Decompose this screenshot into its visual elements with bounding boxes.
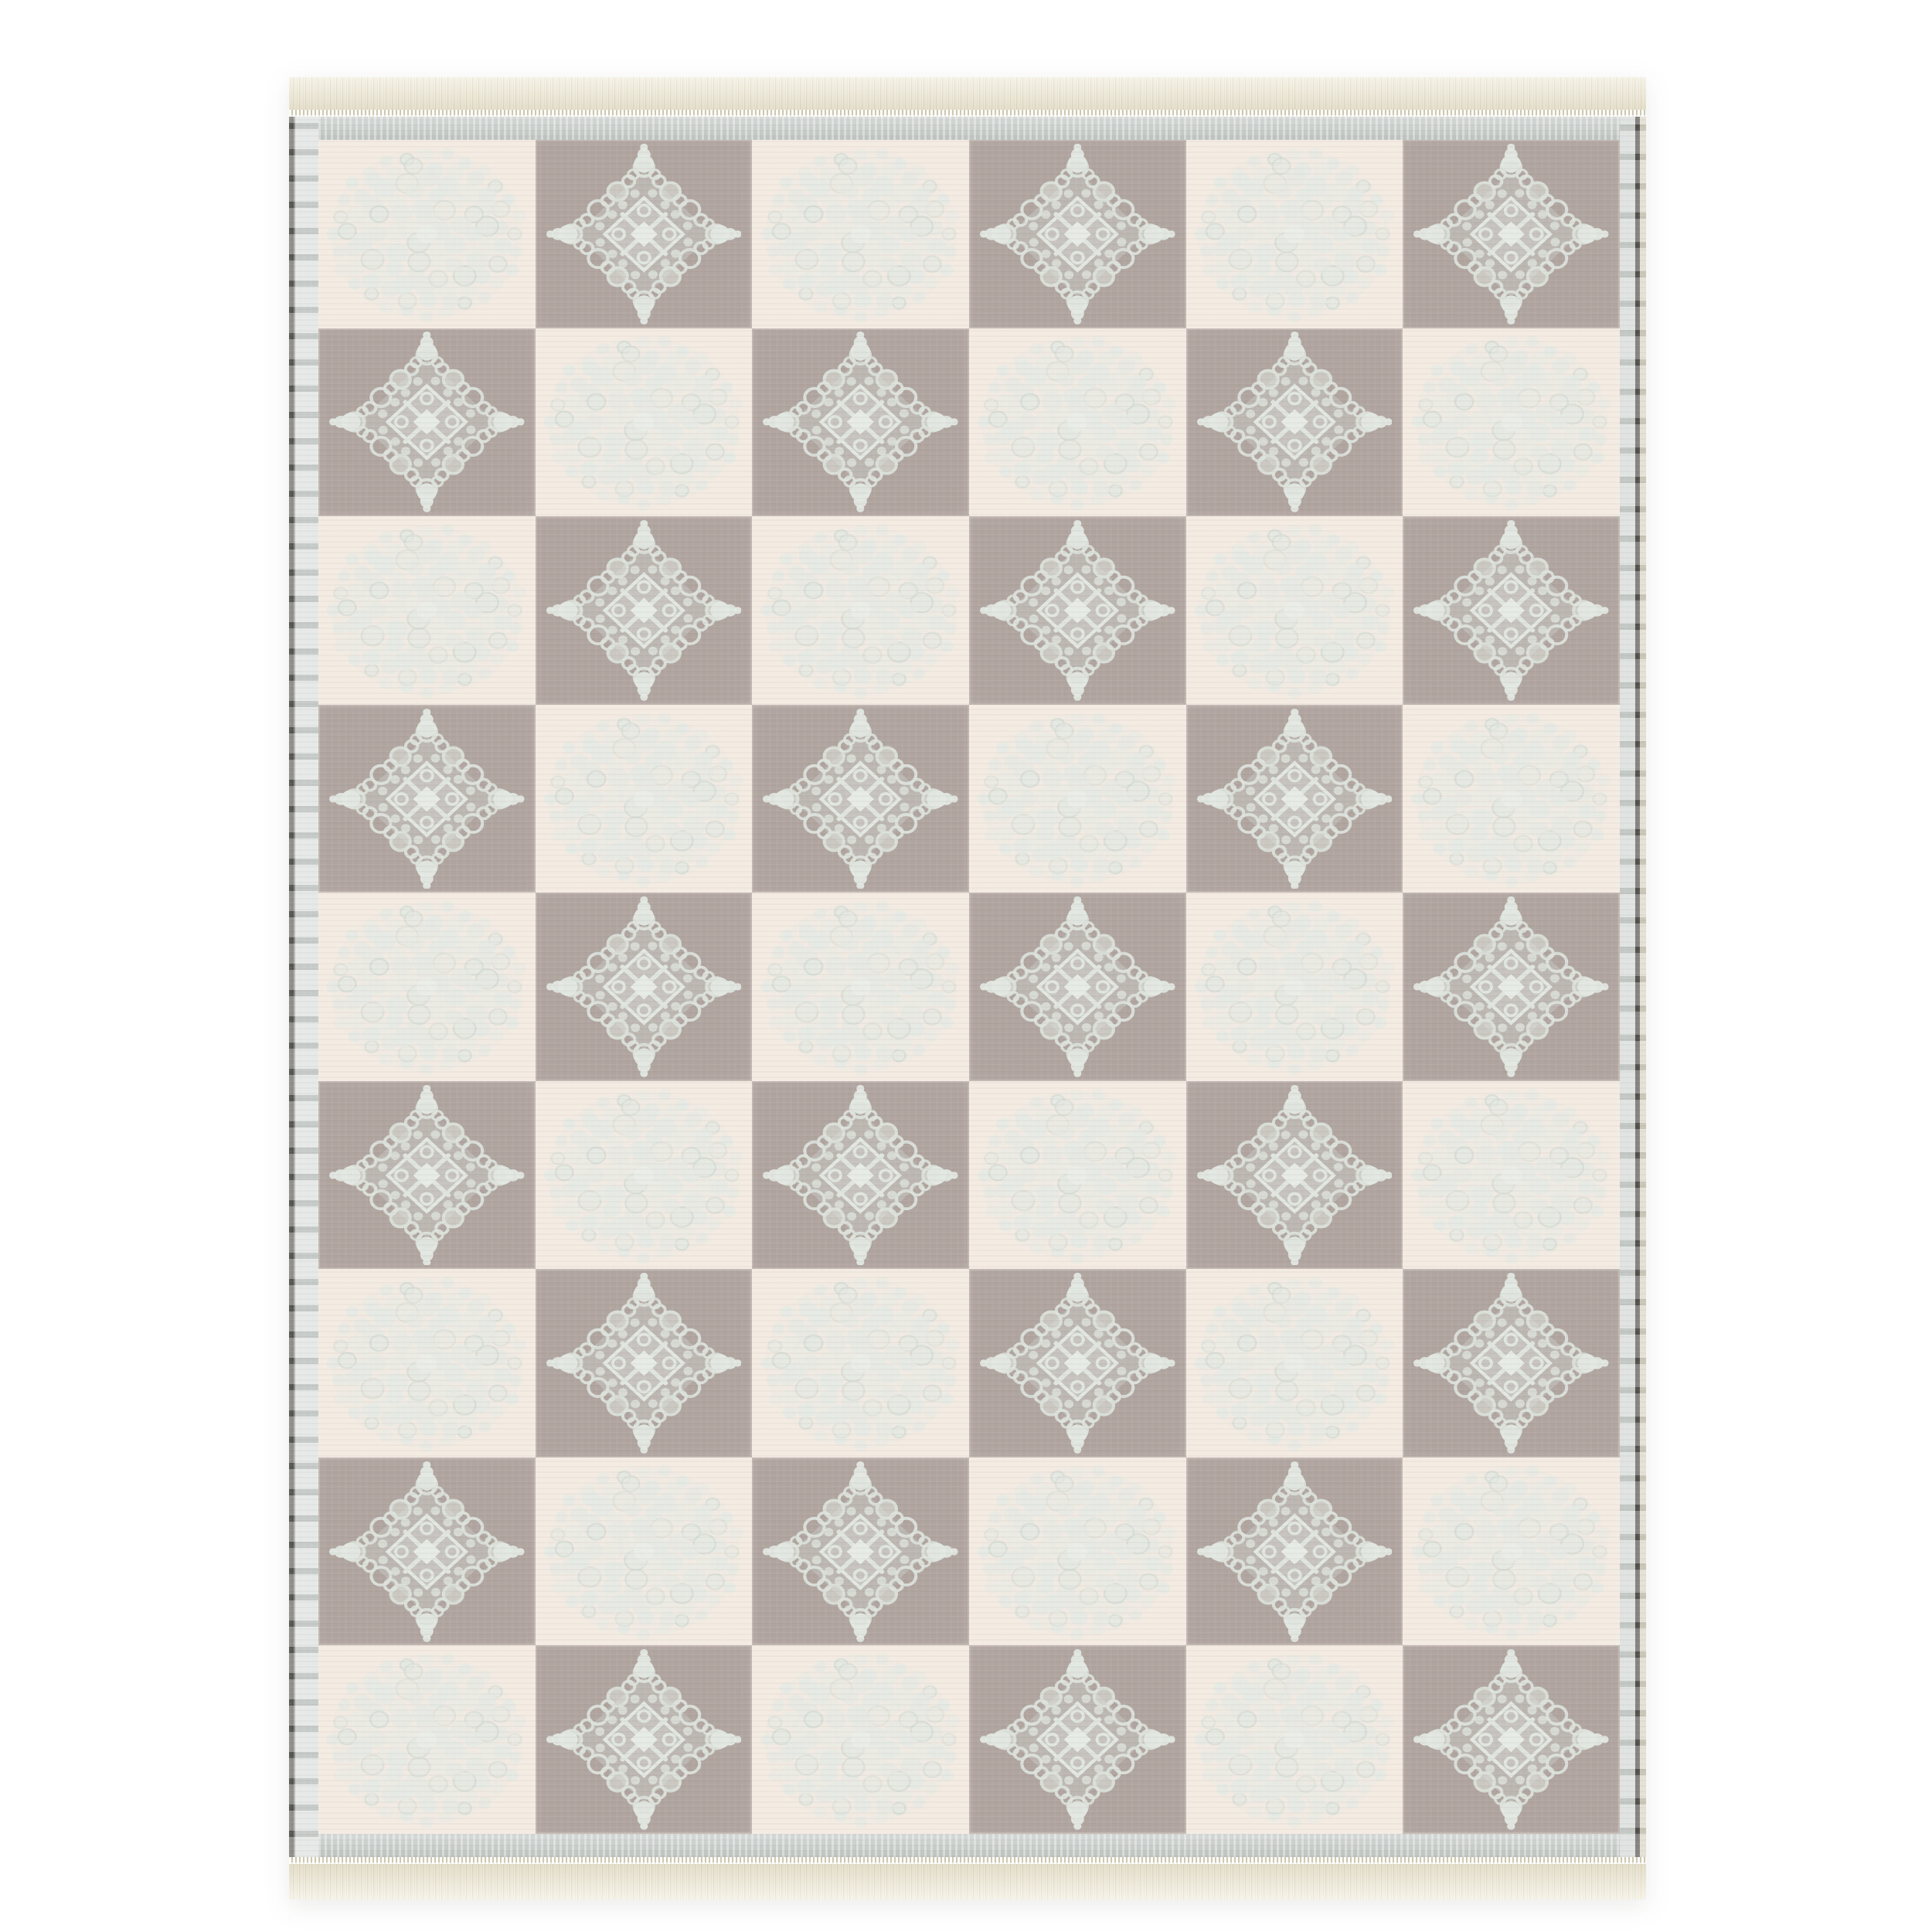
rug-photo-scene [0,0,1932,1932]
diamond-damask-motif [1197,332,1393,512]
cell-r2c6-cream-rosette [1403,328,1620,517]
cell-r7c2-taupe-diamond [536,1269,753,1458]
selvedge-right [1620,117,1646,1857]
cell-r4c4-cream-rosette [969,705,1186,893]
fringe-top [289,77,1646,110]
rosette-medallion-motif [759,1649,963,1830]
cell-r4c6-cream-rosette [1403,705,1620,893]
diamond-damask-motif [546,520,742,701]
diamond-damask-motif [329,709,525,889]
cell-r6c3-taupe-diamond [752,1081,969,1270]
cell-r6c2-cream-rosette [536,1081,753,1270]
rosette-medallion-motif [759,1273,963,1454]
cell-r1c4-taupe-diamond [969,140,1186,328]
diamond-damask-motif [763,1461,958,1642]
diamond-damask-motif [546,896,742,1077]
cell-r5c3-cream-rosette [752,893,969,1081]
cell-r9c4-taupe-diamond [969,1645,1186,1834]
diamond-damask-motif [980,520,1175,701]
rosette-medallion-motif [542,332,746,512]
rosette-medallion-motif [542,1085,746,1266]
cell-r8c3-taupe-diamond [752,1458,969,1646]
rosette-medallion-motif [1192,520,1396,701]
rosette-medallion-motif [1410,1085,1614,1266]
rug-inner [318,117,1620,1857]
diamond-damask-motif [1413,896,1609,1077]
fringe-header-top [289,110,1646,117]
cell-r8c1-taupe-diamond [318,1458,536,1646]
diamond-damask-motif [1197,1461,1393,1642]
cell-r9c5-cream-rosette [1186,1645,1403,1834]
cell-r4c2-cream-rosette [536,705,753,893]
rug-body [289,117,1646,1857]
cell-r6c6-cream-rosette [1403,1081,1620,1270]
fringe-bottom [289,1864,1646,1900]
rosette-medallion-motif [975,1085,1179,1266]
diamond-damask-motif [546,1649,742,1830]
fringe-header-bottom [289,1857,1646,1864]
cell-r3c4-taupe-diamond [969,516,1186,705]
rosette-medallion-motif [1410,709,1614,889]
rosette-medallion-motif [759,896,963,1077]
cell-r1c6-taupe-diamond [1403,140,1620,328]
diamond-damask-motif [763,709,958,889]
rosette-medallion-motif [1192,144,1396,325]
cell-r7c3-cream-rosette [752,1269,969,1458]
diamond-damask-motif [546,144,742,325]
diamond-damask-motif [980,144,1175,325]
cell-r1c5-cream-rosette [1186,140,1403,328]
rosette-medallion-motif [325,896,529,1077]
rosette-medallion-motif [325,520,529,701]
rosette-medallion-motif [1192,1649,1396,1830]
selvedge-left [289,117,318,1857]
cell-r7c4-taupe-diamond [969,1269,1186,1458]
rosette-medallion-motif [1410,1461,1614,1642]
cell-r9c3-cream-rosette [752,1645,969,1834]
cell-r2c2-cream-rosette [536,328,753,517]
cell-r3c3-cream-rosette [752,516,969,705]
diamond-damask-motif [546,1273,742,1454]
rug [289,77,1646,1900]
end-band-top [318,117,1620,140]
cell-r5c5-cream-rosette [1186,893,1403,1081]
cell-r3c2-taupe-diamond [536,516,753,705]
cell-r4c3-taupe-diamond [752,705,969,893]
diamond-damask-motif [1197,709,1393,889]
cell-r4c5-taupe-diamond [1186,705,1403,893]
rosette-medallion-motif [975,1461,1179,1642]
cell-r8c2-cream-rosette [536,1458,753,1646]
rosette-medallion-motif [1410,332,1614,512]
diamond-damask-motif [1413,520,1609,701]
cell-r2c3-taupe-diamond [752,328,969,517]
rosette-medallion-motif [325,1273,529,1454]
diamond-damask-motif [1413,1273,1609,1454]
diamond-damask-motif [1197,1085,1393,1266]
rosette-medallion-motif [759,520,963,701]
diamond-damask-motif [1413,1649,1609,1830]
cell-r1c1-cream-rosette [318,140,536,328]
cell-r2c4-cream-rosette [969,328,1186,517]
cell-r3c6-taupe-diamond [1403,516,1620,705]
cell-r6c1-taupe-diamond [318,1081,536,1270]
cell-r9c6-taupe-diamond [1403,1645,1620,1834]
rosette-medallion-motif [975,332,1179,512]
cell-r7c5-cream-rosette [1186,1269,1403,1458]
cell-r7c6-taupe-diamond [1403,1269,1620,1458]
rosette-medallion-motif [1192,1273,1396,1454]
cell-r1c3-cream-rosette [752,140,969,328]
cell-r3c1-cream-rosette [318,516,536,705]
diamond-damask-motif [980,896,1175,1077]
cell-r5c1-cream-rosette [318,893,536,1081]
checkerboard-field [318,140,1620,1834]
cell-r8c4-cream-rosette [969,1458,1186,1646]
cell-r2c1-taupe-diamond [318,328,536,517]
end-band-bottom [318,1834,1620,1857]
diamond-damask-motif [1413,144,1609,325]
rosette-medallion-motif [1192,896,1396,1077]
cell-r3c5-cream-rosette [1186,516,1403,705]
cell-r1c2-taupe-diamond [536,140,753,328]
cell-r8c6-cream-rosette [1403,1458,1620,1646]
rosette-medallion-motif [542,709,746,889]
cell-r5c6-taupe-diamond [1403,893,1620,1081]
rosette-medallion-motif [325,1649,529,1830]
cell-r7c1-cream-rosette [318,1269,536,1458]
diamond-damask-motif [329,332,525,512]
rosette-medallion-motif [542,1461,746,1642]
rosette-medallion-motif [325,144,529,325]
cell-r2c5-taupe-diamond [1186,328,1403,517]
cell-r6c4-cream-rosette [969,1081,1186,1270]
cell-r5c2-taupe-diamond [536,893,753,1081]
diamond-damask-motif [763,332,958,512]
diamond-damask-motif [763,1085,958,1266]
diamond-damask-motif [329,1085,525,1266]
cell-r9c1-cream-rosette [318,1645,536,1834]
diamond-damask-motif [980,1273,1175,1454]
cell-r8c5-taupe-diamond [1186,1458,1403,1646]
cell-r4c1-taupe-diamond [318,705,536,893]
cell-r6c5-taupe-diamond [1186,1081,1403,1270]
diamond-damask-motif [329,1461,525,1642]
diamond-damask-motif [980,1649,1175,1830]
rosette-medallion-motif [759,144,963,325]
cell-r9c2-taupe-diamond [536,1645,753,1834]
cell-r5c4-taupe-diamond [969,893,1186,1081]
rosette-medallion-motif [975,709,1179,889]
